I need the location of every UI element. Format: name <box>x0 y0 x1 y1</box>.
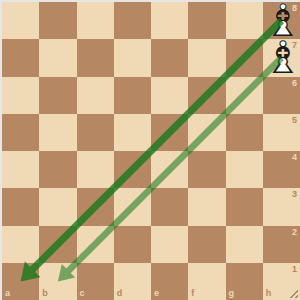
coord-rank-2: 2 <box>292 228 297 237</box>
coord-rank-1: 1 <box>292 265 297 274</box>
white-bishop-glyph-outline: ♗ <box>263 39 300 76</box>
coord-file-c: c <box>80 289 85 298</box>
square-d7[interactable] <box>114 39 151 76</box>
square-b5[interactable] <box>39 114 76 151</box>
square-h4[interactable]: 4 <box>263 151 300 188</box>
square-a4[interactable] <box>2 151 39 188</box>
coord-rank-4: 4 <box>292 153 297 162</box>
square-h2[interactable]: 2 <box>263 226 300 263</box>
square-b6[interactable] <box>39 77 76 114</box>
square-c2[interactable] <box>77 226 114 263</box>
square-d2[interactable] <box>114 226 151 263</box>
square-d4[interactable] <box>114 151 151 188</box>
chess-board-stage: 8765432abcdefg1h ♝♗♝♗ <box>0 0 300 300</box>
coord-rank-3: 3 <box>292 190 297 199</box>
coord-file-h: h <box>266 289 272 298</box>
square-a3[interactable] <box>2 188 39 225</box>
square-f5[interactable] <box>188 114 225 151</box>
square-f4[interactable] <box>188 151 225 188</box>
square-e2[interactable] <box>151 226 188 263</box>
square-e3[interactable] <box>151 188 188 225</box>
square-f3[interactable] <box>188 188 225 225</box>
square-f8[interactable] <box>188 2 225 39</box>
square-c6[interactable] <box>77 77 114 114</box>
square-a2[interactable] <box>2 226 39 263</box>
square-g6[interactable] <box>226 77 263 114</box>
square-h5[interactable]: 5 <box>263 114 300 151</box>
square-g5[interactable] <box>226 114 263 151</box>
square-f2[interactable] <box>188 226 225 263</box>
square-g7[interactable] <box>226 39 263 76</box>
square-e5[interactable] <box>151 114 188 151</box>
chess-board: 8765432abcdefg1h <box>2 2 300 300</box>
white-bishop-glyph-fill: ♝ <box>263 39 300 76</box>
square-a8[interactable] <box>2 2 39 39</box>
square-d3[interactable] <box>114 188 151 225</box>
coord-file-a: a <box>5 289 10 298</box>
coord-rank-5: 5 <box>292 116 297 125</box>
square-c4[interactable] <box>77 151 114 188</box>
square-g4[interactable] <box>226 151 263 188</box>
square-d8[interactable] <box>114 2 151 39</box>
square-d1[interactable]: d <box>114 263 151 300</box>
piece-white-bishop-h7[interactable]: ♝♗ <box>263 39 300 76</box>
square-f7[interactable] <box>188 39 225 76</box>
square-e1[interactable]: e <box>151 263 188 300</box>
coord-file-d: d <box>117 289 123 298</box>
square-e7[interactable] <box>151 39 188 76</box>
square-h6[interactable]: 6 <box>263 77 300 114</box>
square-d6[interactable] <box>114 77 151 114</box>
coord-file-e: e <box>154 289 159 298</box>
square-h3[interactable]: 3 <box>263 188 300 225</box>
white-bishop-glyph-fill: ♝ <box>263 2 300 39</box>
square-b3[interactable] <box>39 188 76 225</box>
square-a1[interactable]: a <box>2 263 39 300</box>
square-b4[interactable] <box>39 151 76 188</box>
square-f6[interactable] <box>188 77 225 114</box>
square-c5[interactable] <box>77 114 114 151</box>
square-g3[interactable] <box>226 188 263 225</box>
square-g8[interactable] <box>226 2 263 39</box>
square-c1[interactable]: c <box>77 263 114 300</box>
square-g2[interactable] <box>226 226 263 263</box>
square-c8[interactable] <box>77 2 114 39</box>
square-b8[interactable] <box>39 2 76 39</box>
square-d5[interactable] <box>114 114 151 151</box>
coord-file-g: g <box>229 289 235 298</box>
square-a5[interactable] <box>2 114 39 151</box>
piece-white-bishop-h8[interactable]: ♝♗ <box>263 2 300 39</box>
coord-rank-6: 6 <box>292 79 297 88</box>
square-e4[interactable] <box>151 151 188 188</box>
square-c3[interactable] <box>77 188 114 225</box>
coord-file-b: b <box>42 289 48 298</box>
square-b1[interactable]: b <box>39 263 76 300</box>
square-c7[interactable] <box>77 39 114 76</box>
square-a7[interactable] <box>2 39 39 76</box>
square-b7[interactable] <box>39 39 76 76</box>
square-e6[interactable] <box>151 77 188 114</box>
white-bishop-glyph-outline: ♗ <box>263 2 300 39</box>
square-b2[interactable] <box>39 226 76 263</box>
square-f1[interactable]: f <box>188 263 225 300</box>
coord-file-f: f <box>191 289 194 298</box>
square-g1[interactable]: g <box>226 263 263 300</box>
square-e8[interactable] <box>151 2 188 39</box>
square-a6[interactable] <box>2 77 39 114</box>
